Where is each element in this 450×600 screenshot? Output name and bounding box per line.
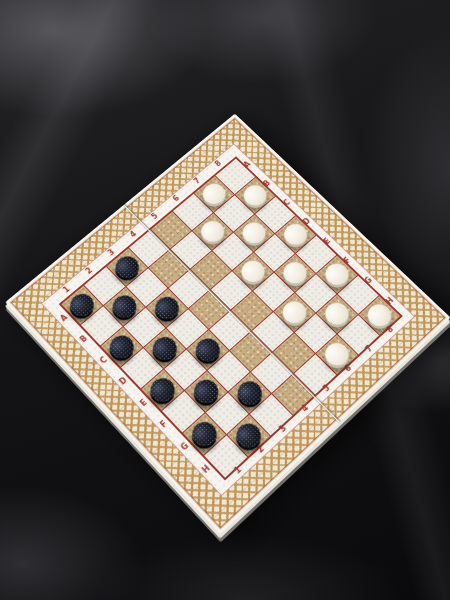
- coordinate-label: 6: [344, 364, 353, 373]
- coordinate-label: A: [243, 161, 252, 169]
- coordinate-label: 4: [129, 231, 138, 239]
- coordinate-label: 3: [107, 249, 116, 258]
- coordinate-label: 5: [151, 213, 160, 221]
- coordinate-label: 4: [301, 404, 311, 413]
- coordinate-label: 2: [85, 267, 94, 276]
- coordinate-label: B: [263, 180, 272, 188]
- coordinate-label: 6: [172, 195, 181, 203]
- coordinate-label: C: [99, 356, 109, 365]
- coordinate-label: 7: [365, 345, 374, 354]
- coordinate-label: 2: [256, 445, 266, 455]
- coordinate-label: E: [139, 399, 148, 408]
- coordinate-label: 7: [193, 177, 202, 185]
- coordinate-label: 3: [278, 425, 288, 434]
- coordinate-label: 8: [386, 326, 395, 335]
- coordinate-label: H: [201, 464, 212, 474]
- coordinate-label: G: [180, 442, 190, 452]
- coordinate-label: 1: [234, 466, 244, 476]
- coordinate-label: D: [302, 218, 312, 227]
- coordinate-label: A: [60, 314, 70, 323]
- coordinate-label: 5: [322, 384, 332, 393]
- coordinate-label: E: [323, 237, 332, 245]
- coordinate-label: G: [364, 277, 374, 286]
- coordinate-label: F: [344, 257, 353, 265]
- coordinate-label: C: [283, 199, 292, 207]
- coordinate-label: 8: [214, 160, 223, 168]
- coordinate-label: H: [385, 297, 395, 306]
- coordinate-label: F: [160, 420, 169, 429]
- coordinate-label: D: [119, 377, 129, 387]
- coordinate-label: B: [79, 335, 89, 344]
- coordinate-label: 1: [62, 286, 71, 295]
